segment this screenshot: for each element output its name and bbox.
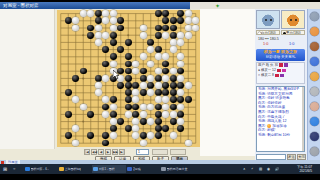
board-point[interactable]: [117, 10, 125, 17]
board-point[interactable]: [117, 39, 125, 46]
board-point[interactable]: [140, 46, 148, 53]
board-point[interactable]: [185, 103, 193, 110]
board-point[interactable]: [170, 32, 178, 39]
board-point[interactable]: [117, 103, 125, 110]
board-point[interactable]: [80, 53, 88, 60]
board-point[interactable]: [177, 60, 185, 67]
chat-message-box[interactable]: 系统: 对局开始, 黑贴3/4子系统: 请双方文明对局黑方: 你好 请多指教白方…: [256, 86, 305, 152]
board-point[interactable]: [80, 17, 88, 24]
board-point[interactable]: [177, 39, 185, 46]
board-point[interactable]: [140, 17, 148, 24]
board-point[interactable]: [80, 10, 88, 17]
tray-icon[interactable]: ◉: [267, 164, 270, 174]
taskbar-item[interactable]: 对弈1 - 围棋: [92, 165, 126, 173]
qq-ball-icon[interactable]: [310, 117, 319, 126]
board-point[interactable]: [95, 53, 103, 60]
board-point[interactable]: [65, 32, 73, 39]
board-point[interactable]: [102, 10, 110, 17]
board-point[interactable]: [185, 53, 193, 60]
board-point[interactable]: [57, 24, 65, 31]
board-point[interactable]: [80, 82, 88, 89]
board-point[interactable]: [65, 75, 73, 82]
nav-button[interactable]: ▶|: [119, 149, 125, 155]
board-point[interactable]: [147, 46, 155, 53]
board-point[interactable]: [132, 24, 140, 31]
board-point[interactable]: [57, 17, 65, 24]
board-point[interactable]: [65, 111, 73, 118]
board-point[interactable]: [72, 103, 80, 110]
board-point[interactable]: [177, 139, 185, 146]
board-point[interactable]: [170, 89, 178, 96]
board-point[interactable]: [87, 75, 95, 82]
board-point[interactable]: [87, 125, 95, 132]
board-point[interactable]: [132, 96, 140, 103]
board-point[interactable]: [72, 10, 80, 17]
board-point[interactable]: [102, 68, 110, 75]
board-point[interactable]: [87, 82, 95, 89]
board-point[interactable]: [147, 39, 155, 46]
board-point[interactable]: [185, 39, 193, 46]
board-point[interactable]: [117, 17, 125, 24]
nav-button[interactable]: ◀◀: [91, 149, 97, 155]
board-point[interactable]: [125, 103, 133, 110]
board-point[interactable]: [72, 32, 80, 39]
board-point[interactable]: [102, 103, 110, 110]
board-point[interactable]: [57, 10, 65, 17]
board-point[interactable]: [132, 103, 140, 110]
nav-button[interactable]: |◀: [84, 149, 90, 155]
board-point[interactable]: [162, 125, 170, 132]
board-point[interactable]: [95, 103, 103, 110]
board-point[interactable]: [65, 17, 73, 24]
board-point[interactable]: [147, 118, 155, 125]
board-point[interactable]: [87, 10, 95, 17]
board-point[interactable]: [80, 132, 88, 139]
board-point[interactable]: [102, 125, 110, 132]
board-point[interactable]: [155, 17, 163, 24]
board-point[interactable]: [110, 118, 118, 125]
board-point[interactable]: [57, 68, 65, 75]
start-button[interactable]: ⊞: [3, 164, 7, 174]
board-point[interactable]: [125, 32, 133, 39]
board-point[interactable]: [87, 24, 95, 31]
taskbar-clock[interactable]: 下午 11:07 2021/6/5: [297, 165, 312, 173]
board-point[interactable]: [87, 68, 95, 75]
board-point[interactable]: [72, 60, 80, 67]
board-point[interactable]: [65, 53, 73, 60]
board-point[interactable]: [177, 32, 185, 39]
board-point[interactable]: [57, 96, 65, 103]
board-point[interactable]: [125, 39, 133, 46]
board-point[interactable]: [65, 139, 73, 146]
board-point[interactable]: [132, 139, 140, 146]
tray-icon[interactable]: ⚡: [251, 164, 253, 174]
board-point[interactable]: [132, 75, 140, 82]
board-point[interactable]: [110, 53, 118, 60]
board-point[interactable]: [102, 132, 110, 139]
board-point[interactable]: [80, 75, 88, 82]
board-point[interactable]: [110, 132, 118, 139]
board-point[interactable]: [65, 96, 73, 103]
board-point[interactable]: [140, 32, 148, 39]
board-point[interactable]: [147, 103, 155, 110]
board-point[interactable]: [95, 139, 103, 146]
board-point[interactable]: [72, 24, 80, 31]
board-point[interactable]: [132, 125, 140, 132]
board-point[interactable]: [80, 46, 88, 53]
board-point[interactable]: [192, 111, 200, 118]
board-point[interactable]: [140, 68, 148, 75]
board-point[interactable]: [95, 17, 103, 24]
board-point[interactable]: [185, 96, 193, 103]
board-point[interactable]: [117, 89, 125, 96]
chat-scrollbar[interactable]: [302, 87, 305, 151]
board-point[interactable]: [185, 32, 193, 39]
board-point[interactable]: [87, 96, 95, 103]
board-point[interactable]: [102, 118, 110, 125]
board-point[interactable]: [147, 17, 155, 24]
game-icon-amber[interactable]: [310, 72, 319, 81]
board-point[interactable]: [57, 32, 65, 39]
board-point[interactable]: [177, 111, 185, 118]
board-point[interactable]: [132, 118, 140, 125]
taskbar-item[interactable]: 上海围棋taq: [58, 165, 92, 173]
ad-banner[interactable]: 棋乐一夏 欢乐之旅 精彩活动 天天有礼: [256, 49, 305, 61]
board-point[interactable]: [170, 53, 178, 60]
board-point[interactable]: [117, 24, 125, 31]
board-point[interactable]: [57, 111, 65, 118]
board-point[interactable]: [170, 139, 178, 146]
board-point[interactable]: [57, 75, 65, 82]
board-point[interactable]: [110, 96, 118, 103]
board-point[interactable]: [80, 139, 88, 146]
board-point[interactable]: [95, 46, 103, 53]
board-point[interactable]: [65, 39, 73, 46]
board-point[interactable]: [177, 46, 185, 53]
board-point[interactable]: [110, 32, 118, 39]
board-point[interactable]: [170, 24, 178, 31]
board-point[interactable]: [132, 132, 140, 139]
board-point[interactable]: [117, 111, 125, 118]
board-point[interactable]: [192, 24, 200, 31]
board-point[interactable]: [177, 103, 185, 110]
board-point[interactable]: [177, 10, 185, 17]
board-point[interactable]: [177, 75, 185, 82]
board-point[interactable]: [147, 53, 155, 60]
board-point[interactable]: [155, 89, 163, 96]
board-point[interactable]: [185, 139, 193, 146]
board-point[interactable]: [57, 139, 65, 146]
board-point[interactable]: [192, 46, 200, 53]
settings-icon[interactable]: [310, 147, 319, 156]
board-point[interactable]: [117, 32, 125, 39]
board-point[interactable]: [72, 89, 80, 96]
board-point[interactable]: [192, 89, 200, 96]
board-point[interactable]: [65, 46, 73, 53]
board-point[interactable]: [170, 17, 178, 24]
board-point[interactable]: [147, 96, 155, 103]
board-point[interactable]: [140, 132, 148, 139]
board-point[interactable]: [192, 118, 200, 125]
board-point[interactable]: [162, 17, 170, 24]
board-point[interactable]: [87, 32, 95, 39]
board-point[interactable]: [170, 125, 178, 132]
game-icon-blue[interactable]: [310, 57, 319, 66]
board-point[interactable]: [125, 89, 133, 96]
board-point[interactable]: [125, 10, 133, 17]
board-point[interactable]: [117, 132, 125, 139]
board-point[interactable]: [185, 125, 193, 132]
board-point[interactable]: [155, 32, 163, 39]
board-point[interactable]: [170, 132, 178, 139]
board-point[interactable]: [132, 10, 140, 17]
board-point[interactable]: [80, 103, 88, 110]
board-point[interactable]: [192, 32, 200, 39]
board-point[interactable]: [110, 24, 118, 31]
board-point[interactable]: [72, 111, 80, 118]
board-point[interactable]: [192, 17, 200, 24]
board-point[interactable]: [102, 60, 110, 67]
board-point[interactable]: [72, 125, 80, 132]
board-point[interactable]: [170, 103, 178, 110]
board-point[interactable]: [147, 68, 155, 75]
board-point[interactable]: [80, 24, 88, 31]
board-point[interactable]: [162, 139, 170, 146]
board-point[interactable]: [65, 132, 73, 139]
board-point[interactable]: [162, 46, 170, 53]
board-point[interactable]: [192, 82, 200, 89]
search-icon[interactable]: ○: [13, 164, 15, 174]
board-point[interactable]: [177, 89, 185, 96]
board-point[interactable]: [125, 17, 133, 24]
nav-button[interactable]: ▶▶: [112, 149, 118, 155]
board-point[interactable]: [192, 53, 200, 60]
board-point[interactable]: [57, 53, 65, 60]
board-point[interactable]: [162, 32, 170, 39]
board-point[interactable]: [87, 60, 95, 67]
board-point[interactable]: [125, 75, 133, 82]
board-point[interactable]: [125, 24, 133, 31]
board-point[interactable]: [185, 89, 193, 96]
board-point[interactable]: [125, 118, 133, 125]
board-point[interactable]: [72, 17, 80, 24]
board-point[interactable]: [72, 68, 80, 75]
board-point[interactable]: [110, 125, 118, 132]
board-point[interactable]: [95, 10, 103, 17]
board-point[interactable]: [162, 89, 170, 96]
board-point[interactable]: [192, 103, 200, 110]
board-point[interactable]: [87, 111, 95, 118]
board-point[interactable]: [117, 139, 125, 146]
board-point[interactable]: [185, 24, 193, 31]
go-board[interactable]: [57, 10, 200, 147]
board-point[interactable]: [117, 53, 125, 60]
taskbar-item[interactable]: 围棋对弈 - 6...: [24, 165, 58, 173]
board-point[interactable]: [95, 111, 103, 118]
board-point[interactable]: [95, 132, 103, 139]
board-point[interactable]: [80, 96, 88, 103]
board-point[interactable]: [147, 24, 155, 31]
board-point[interactable]: [95, 82, 103, 89]
board-point[interactable]: [155, 24, 163, 31]
board-point[interactable]: [155, 82, 163, 89]
board-point[interactable]: [117, 125, 125, 132]
board-point[interactable]: [147, 10, 155, 17]
cat-face-icon[interactable]: [310, 102, 319, 111]
board-point[interactable]: [110, 103, 118, 110]
board-point[interactable]: [65, 125, 73, 132]
board-point[interactable]: [155, 60, 163, 67]
board-point[interactable]: [72, 53, 80, 60]
board-point[interactable]: [147, 125, 155, 132]
nav-button[interactable]: ◀: [98, 149, 104, 155]
board-point[interactable]: [102, 24, 110, 31]
board-point[interactable]: [125, 46, 133, 53]
board-point[interactable]: [147, 75, 155, 82]
board-point[interactable]: [192, 139, 200, 146]
board-point[interactable]: [72, 39, 80, 46]
tray-icon[interactable]: 🔊: [275, 164, 279, 174]
board-point[interactable]: [102, 89, 110, 96]
board-point[interactable]: [57, 46, 65, 53]
board-point[interactable]: [125, 68, 133, 75]
board-point[interactable]: [162, 75, 170, 82]
board-point[interactable]: [80, 32, 88, 39]
board-point[interactable]: [132, 39, 140, 46]
board-point[interactable]: [117, 46, 125, 53]
board-point[interactable]: [185, 111, 193, 118]
board-point[interactable]: [57, 89, 65, 96]
board-point[interactable]: [125, 96, 133, 103]
board-point[interactable]: [147, 82, 155, 89]
board-point[interactable]: [125, 60, 133, 67]
board-point[interactable]: [140, 96, 148, 103]
board-point[interactable]: [147, 60, 155, 67]
board-point[interactable]: [140, 139, 148, 146]
board-point[interactable]: [132, 89, 140, 96]
board-point[interactable]: [65, 60, 73, 67]
taskbar-item[interactable]: Q游戏: [126, 165, 160, 173]
board-point[interactable]: [185, 118, 193, 125]
tray-icon[interactable]: ∧: [243, 164, 245, 174]
board-point[interactable]: [155, 68, 163, 75]
board-point[interactable]: [110, 82, 118, 89]
board-point[interactable]: [147, 111, 155, 118]
board-point[interactable]: [80, 60, 88, 67]
board-point[interactable]: [110, 46, 118, 53]
move-counter-spinner[interactable]: 1: [136, 149, 149, 155]
board-point[interactable]: [192, 68, 200, 75]
board-point[interactable]: [170, 118, 178, 125]
board-point[interactable]: [57, 39, 65, 46]
board-point[interactable]: [80, 68, 88, 75]
board-point[interactable]: [177, 96, 185, 103]
board-point[interactable]: [125, 53, 133, 60]
board-point[interactable]: [177, 82, 185, 89]
board-point[interactable]: [155, 10, 163, 17]
board-point[interactable]: [65, 24, 73, 31]
board-point[interactable]: [132, 111, 140, 118]
board-point[interactable]: [87, 139, 95, 146]
board-point[interactable]: [117, 96, 125, 103]
board-point[interactable]: [170, 46, 178, 53]
board-point[interactable]: [147, 139, 155, 146]
board-point[interactable]: [57, 60, 65, 67]
board-point[interactable]: [177, 17, 185, 24]
board-point[interactable]: [162, 24, 170, 31]
board-point[interactable]: [140, 53, 148, 60]
board-point[interactable]: [110, 17, 118, 24]
board-point[interactable]: [140, 82, 148, 89]
game-icon-brown[interactable]: [310, 42, 319, 51]
board-point[interactable]: [125, 139, 133, 146]
board-point[interactable]: [147, 89, 155, 96]
board-point[interactable]: [155, 53, 163, 60]
board-point[interactable]: [162, 132, 170, 139]
board-point[interactable]: [155, 125, 163, 132]
board-point[interactable]: [87, 132, 95, 139]
board-point[interactable]: [140, 24, 148, 31]
board-point[interactable]: [57, 132, 65, 139]
board-point[interactable]: [125, 125, 133, 132]
board-point[interactable]: [140, 111, 148, 118]
board-point[interactable]: [132, 32, 140, 39]
board-point[interactable]: [65, 103, 73, 110]
board-point[interactable]: [110, 139, 118, 146]
board-point[interactable]: [80, 89, 88, 96]
board-point[interactable]: [87, 17, 95, 24]
board-point[interactable]: [95, 68, 103, 75]
board-point[interactable]: [65, 82, 73, 89]
board-point[interactable]: [170, 96, 178, 103]
nav-button[interactable]: ▶: [105, 149, 111, 155]
board-point[interactable]: [110, 60, 118, 67]
board-point[interactable]: [125, 82, 133, 89]
board-point[interactable]: [110, 10, 118, 17]
taskbar-item[interactable]: 围棋死活题大全: [160, 165, 194, 173]
board-point[interactable]: [117, 118, 125, 125]
board-point[interactable]: [132, 68, 140, 75]
board-point[interactable]: [170, 82, 178, 89]
board-point[interactable]: [170, 68, 178, 75]
board-point[interactable]: [102, 111, 110, 118]
board-point[interactable]: [95, 125, 103, 132]
board-point[interactable]: [125, 111, 133, 118]
board-point[interactable]: [192, 132, 200, 139]
board-point[interactable]: [155, 39, 163, 46]
board-point[interactable]: [162, 53, 170, 60]
board-point[interactable]: [170, 10, 178, 17]
board-point[interactable]: [177, 68, 185, 75]
board-point[interactable]: [192, 39, 200, 46]
board-point[interactable]: [155, 139, 163, 146]
board-point[interactable]: [87, 118, 95, 125]
board-point[interactable]: [162, 39, 170, 46]
board-point[interactable]: [80, 118, 88, 125]
board-point[interactable]: [72, 75, 80, 82]
board-point[interactable]: [185, 17, 193, 24]
board-point[interactable]: [102, 53, 110, 60]
board-point[interactable]: [185, 75, 193, 82]
board-point[interactable]: [117, 60, 125, 67]
board-point[interactable]: [57, 103, 65, 110]
board-grid[interactable]: [57, 10, 200, 147]
board-point[interactable]: [72, 118, 80, 125]
board-point[interactable]: [95, 39, 103, 46]
board-point[interactable]: [102, 82, 110, 89]
board-point[interactable]: [87, 103, 95, 110]
board-point[interactable]: [95, 89, 103, 96]
